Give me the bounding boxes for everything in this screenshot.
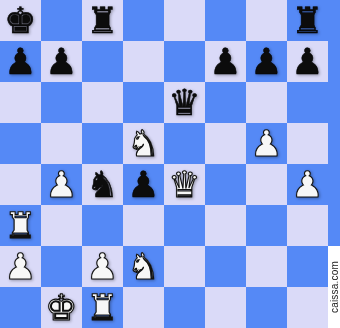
square-a5[interactable] <box>0 123 41 164</box>
square-g5[interactable]: ♟ <box>246 123 287 164</box>
square-a8[interactable]: ♚ <box>0 0 41 41</box>
square-c2[interactable]: ♟ <box>82 246 123 287</box>
piece-white-queen[interactable]: ♛ <box>168 164 200 205</box>
square-c6[interactable] <box>82 82 123 123</box>
square-h6[interactable] <box>287 82 328 123</box>
square-g6[interactable] <box>246 82 287 123</box>
square-b3[interactable] <box>41 205 82 246</box>
piece-black-knight[interactable]: ♞ <box>86 164 118 205</box>
square-b5[interactable] <box>41 123 82 164</box>
square-e5[interactable] <box>164 123 205 164</box>
piece-black-king[interactable]: ♚ <box>4 0 36 41</box>
square-c5[interactable] <box>82 123 123 164</box>
piece-white-pawn[interactable]: ♟ <box>45 164 77 205</box>
square-h1[interactable] <box>287 287 328 328</box>
square-b4[interactable]: ♟ <box>41 164 82 205</box>
square-a2[interactable]: ♟ <box>0 246 41 287</box>
square-a6[interactable] <box>0 82 41 123</box>
piece-black-pawn[interactable]: ♟ <box>209 41 241 82</box>
square-a3[interactable]: ♜ <box>0 205 41 246</box>
site-label: caissa.com <box>329 261 340 313</box>
square-b6[interactable] <box>41 82 82 123</box>
piece-white-pawn[interactable]: ♟ <box>250 123 282 164</box>
square-g3[interactable] <box>246 205 287 246</box>
square-a7[interactable]: ♟ <box>0 41 41 82</box>
square-d5[interactable]: ♞ <box>123 123 164 164</box>
square-e4[interactable]: ♛ <box>164 164 205 205</box>
piece-white-rook[interactable]: ♜ <box>86 287 118 328</box>
square-f5[interactable] <box>205 123 246 164</box>
square-f4[interactable] <box>205 164 246 205</box>
square-c7[interactable] <box>82 41 123 82</box>
square-f7[interactable]: ♟ <box>205 41 246 82</box>
square-d2[interactable]: ♞ <box>123 246 164 287</box>
piece-white-king[interactable]: ♚ <box>45 287 77 328</box>
piece-white-knight[interactable]: ♞ <box>127 123 159 164</box>
square-d3[interactable] <box>123 205 164 246</box>
square-b2[interactable] <box>41 246 82 287</box>
piece-black-pawn[interactable]: ♟ <box>291 41 323 82</box>
square-f2[interactable] <box>205 246 246 287</box>
square-d1[interactable] <box>123 287 164 328</box>
square-h4[interactable]: ♟ <box>287 164 328 205</box>
square-f1[interactable] <box>205 287 246 328</box>
square-f6[interactable] <box>205 82 246 123</box>
square-d4[interactable]: ♟ <box>123 164 164 205</box>
square-a4[interactable] <box>0 164 41 205</box>
square-d6[interactable] <box>123 82 164 123</box>
square-g4[interactable] <box>246 164 287 205</box>
square-g2[interactable] <box>246 246 287 287</box>
square-d8[interactable] <box>123 0 164 41</box>
square-h5[interactable] <box>287 123 328 164</box>
square-b8[interactable] <box>41 0 82 41</box>
piece-white-knight[interactable]: ♞ <box>127 246 159 287</box>
square-c1[interactable]: ♜ <box>82 287 123 328</box>
square-g8[interactable] <box>246 0 287 41</box>
piece-white-rook[interactable]: ♜ <box>4 205 36 246</box>
piece-white-pawn[interactable]: ♟ <box>86 246 118 287</box>
square-b1[interactable]: ♚ <box>41 287 82 328</box>
square-e1[interactable] <box>164 287 205 328</box>
square-e7[interactable] <box>164 41 205 82</box>
brand-strip: caissa.com <box>328 0 340 328</box>
square-h7[interactable]: ♟ <box>287 41 328 82</box>
square-e2[interactable] <box>164 246 205 287</box>
square-h3[interactable] <box>287 205 328 246</box>
square-e8[interactable] <box>164 0 205 41</box>
square-g7[interactable]: ♟ <box>246 41 287 82</box>
square-b7[interactable]: ♟ <box>41 41 82 82</box>
piece-black-pawn[interactable]: ♟ <box>4 41 36 82</box>
piece-black-rook[interactable]: ♜ <box>86 0 118 41</box>
piece-white-pawn[interactable]: ♟ <box>4 246 36 287</box>
square-e6[interactable]: ♛ <box>164 82 205 123</box>
chess-board[interactable]: ♚♜♜♟♟♟♟♟♛♞♟♟♞♟♛♟♜♟♟♞♚♜ <box>0 0 328 328</box>
square-e3[interactable] <box>164 205 205 246</box>
square-c3[interactable] <box>82 205 123 246</box>
square-f3[interactable] <box>205 205 246 246</box>
square-g1[interactable] <box>246 287 287 328</box>
square-f8[interactable] <box>205 0 246 41</box>
square-d7[interactable] <box>123 41 164 82</box>
square-a1[interactable] <box>0 287 41 328</box>
square-h2[interactable] <box>287 246 328 287</box>
brand-strip-label-area: caissa.com <box>328 246 340 328</box>
brand-strip-filler <box>328 0 340 246</box>
piece-white-pawn[interactable]: ♟ <box>291 164 323 205</box>
square-c8[interactable]: ♜ <box>82 0 123 41</box>
square-h8[interactable]: ♜ <box>287 0 328 41</box>
piece-black-pawn[interactable]: ♟ <box>127 164 159 205</box>
piece-black-pawn[interactable]: ♟ <box>45 41 77 82</box>
square-c4[interactable]: ♞ <box>82 164 123 205</box>
piece-black-queen[interactable]: ♛ <box>168 82 200 123</box>
piece-black-pawn[interactable]: ♟ <box>250 41 282 82</box>
chess-diagram: ♚♜♜♟♟♟♟♟♛♞♟♟♞♟♛♟♜♟♟♞♚♜ caissa.com <box>0 0 340 328</box>
piece-black-rook[interactable]: ♜ <box>291 0 323 41</box>
